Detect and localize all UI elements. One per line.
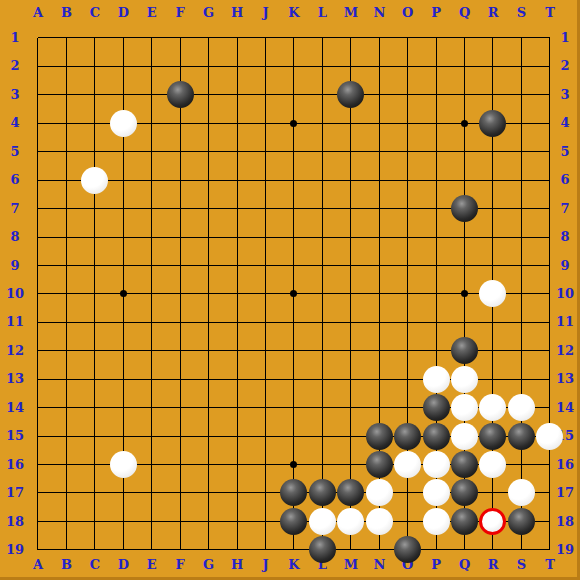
intersection-P1[interactable] [422, 24, 450, 52]
intersection-R12[interactable] [479, 337, 507, 365]
intersection-O6[interactable] [393, 166, 421, 194]
intersection-G10[interactable] [194, 280, 222, 308]
intersection-R1[interactable] [479, 24, 507, 52]
intersection-N14[interactable] [365, 393, 393, 421]
intersection-J11[interactable] [251, 308, 279, 336]
intersection-H4[interactable] [223, 109, 251, 137]
intersection-H19[interactable] [223, 536, 251, 564]
intersection-F10[interactable] [166, 280, 194, 308]
intersection-R11[interactable] [479, 308, 507, 336]
intersection-E19[interactable] [138, 536, 166, 564]
intersection-D18[interactable] [109, 507, 137, 535]
intersection-C12[interactable] [81, 337, 109, 365]
intersection-C8[interactable] [81, 223, 109, 251]
intersection-R4[interactable] [479, 109, 507, 137]
intersection-T1[interactable] [536, 24, 564, 52]
intersection-Q19[interactable] [450, 536, 478, 564]
intersection-F6[interactable] [166, 166, 194, 194]
intersection-J6[interactable] [251, 166, 279, 194]
intersection-Q3[interactable] [450, 81, 478, 109]
intersection-G18[interactable] [194, 507, 222, 535]
intersection-F17[interactable] [166, 479, 194, 507]
intersection-A9[interactable] [24, 251, 52, 279]
intersection-F13[interactable] [166, 365, 194, 393]
intersection-F14[interactable] [166, 393, 194, 421]
intersection-N4[interactable] [365, 109, 393, 137]
intersection-A17[interactable] [24, 479, 52, 507]
intersection-E17[interactable] [138, 479, 166, 507]
intersection-Q7[interactable] [450, 194, 478, 222]
intersection-O18[interactable] [393, 507, 421, 535]
intersection-K18[interactable] [280, 507, 308, 535]
intersection-E13[interactable] [138, 365, 166, 393]
intersection-A4[interactable] [24, 109, 52, 137]
intersection-G12[interactable] [194, 337, 222, 365]
intersection-M12[interactable] [337, 337, 365, 365]
intersection-K5[interactable] [280, 138, 308, 166]
intersection-M8[interactable] [337, 223, 365, 251]
intersection-O14[interactable] [393, 393, 421, 421]
intersection-K17[interactable] [280, 479, 308, 507]
intersection-Q18[interactable] [450, 507, 478, 535]
intersection-N11[interactable] [365, 308, 393, 336]
intersection-O13[interactable] [393, 365, 421, 393]
intersection-M2[interactable] [337, 52, 365, 80]
intersection-S6[interactable] [507, 166, 535, 194]
intersection-B11[interactable] [52, 308, 80, 336]
intersection-N6[interactable] [365, 166, 393, 194]
intersection-O11[interactable] [393, 308, 421, 336]
intersection-M13[interactable] [337, 365, 365, 393]
intersection-H14[interactable] [223, 393, 251, 421]
intersection-N2[interactable] [365, 52, 393, 80]
intersection-K9[interactable] [280, 251, 308, 279]
intersection-R13[interactable] [479, 365, 507, 393]
intersection-N1[interactable] [365, 24, 393, 52]
intersection-Q4[interactable] [450, 109, 478, 137]
intersection-S19[interactable] [507, 536, 535, 564]
intersection-H7[interactable] [223, 194, 251, 222]
intersection-H2[interactable] [223, 52, 251, 80]
intersection-Q13[interactable] [450, 365, 478, 393]
intersection-B9[interactable] [52, 251, 80, 279]
intersection-N18[interactable] [365, 507, 393, 535]
intersection-E12[interactable] [138, 337, 166, 365]
intersection-N19[interactable] [365, 536, 393, 564]
intersection-O8[interactable] [393, 223, 421, 251]
intersection-D7[interactable] [109, 194, 137, 222]
intersection-J18[interactable] [251, 507, 279, 535]
intersection-F7[interactable] [166, 194, 194, 222]
intersection-O3[interactable] [393, 81, 421, 109]
intersection-S2[interactable] [507, 52, 535, 80]
intersection-H10[interactable] [223, 280, 251, 308]
intersection-S8[interactable] [507, 223, 535, 251]
intersection-F9[interactable] [166, 251, 194, 279]
intersection-T18[interactable] [536, 507, 564, 535]
intersection-M10[interactable] [337, 280, 365, 308]
intersection-D11[interactable] [109, 308, 137, 336]
intersection-Q5[interactable] [450, 138, 478, 166]
intersection-M16[interactable] [337, 450, 365, 478]
intersection-J13[interactable] [251, 365, 279, 393]
intersection-S9[interactable] [507, 251, 535, 279]
intersection-J12[interactable] [251, 337, 279, 365]
intersection-M18[interactable] [337, 507, 365, 535]
intersection-N8[interactable] [365, 223, 393, 251]
intersection-M9[interactable] [337, 251, 365, 279]
intersection-P4[interactable] [422, 109, 450, 137]
intersection-D9[interactable] [109, 251, 137, 279]
intersection-T17[interactable] [536, 479, 564, 507]
intersection-C10[interactable] [81, 280, 109, 308]
intersection-Q11[interactable] [450, 308, 478, 336]
intersection-B18[interactable] [52, 507, 80, 535]
intersection-E16[interactable] [138, 450, 166, 478]
intersection-G14[interactable] [194, 393, 222, 421]
intersection-P11[interactable] [422, 308, 450, 336]
intersection-K6[interactable] [280, 166, 308, 194]
intersection-T14[interactable] [536, 393, 564, 421]
intersection-T11[interactable] [536, 308, 564, 336]
intersection-J4[interactable] [251, 109, 279, 137]
intersection-G11[interactable] [194, 308, 222, 336]
intersection-J16[interactable] [251, 450, 279, 478]
intersection-O12[interactable] [393, 337, 421, 365]
intersection-L15[interactable] [308, 422, 336, 450]
intersection-G6[interactable] [194, 166, 222, 194]
intersection-Q12[interactable] [450, 337, 478, 365]
intersection-O9[interactable] [393, 251, 421, 279]
intersection-D8[interactable] [109, 223, 137, 251]
intersection-F11[interactable] [166, 308, 194, 336]
intersection-L1[interactable] [308, 24, 336, 52]
intersection-H6[interactable] [223, 166, 251, 194]
intersection-A14[interactable] [24, 393, 52, 421]
intersection-P16[interactable] [422, 450, 450, 478]
intersection-S5[interactable] [507, 138, 535, 166]
intersection-E18[interactable] [138, 507, 166, 535]
intersection-S7[interactable] [507, 194, 535, 222]
intersection-E5[interactable] [138, 138, 166, 166]
intersection-N12[interactable] [365, 337, 393, 365]
intersection-R5[interactable] [479, 138, 507, 166]
intersection-H9[interactable] [223, 251, 251, 279]
intersection-K12[interactable] [280, 337, 308, 365]
intersection-P3[interactable] [422, 81, 450, 109]
intersection-K15[interactable] [280, 422, 308, 450]
intersection-C19[interactable] [81, 536, 109, 564]
intersection-D5[interactable] [109, 138, 137, 166]
intersection-C16[interactable] [81, 450, 109, 478]
intersection-L7[interactable] [308, 194, 336, 222]
intersection-D10[interactable] [109, 280, 137, 308]
intersection-G9[interactable] [194, 251, 222, 279]
intersection-L13[interactable] [308, 365, 336, 393]
intersection-E7[interactable] [138, 194, 166, 222]
intersection-G16[interactable] [194, 450, 222, 478]
intersection-A8[interactable] [24, 223, 52, 251]
intersection-Q14[interactable] [450, 393, 478, 421]
intersection-S1[interactable] [507, 24, 535, 52]
intersection-S11[interactable] [507, 308, 535, 336]
intersection-N3[interactable] [365, 81, 393, 109]
intersection-T13[interactable] [536, 365, 564, 393]
intersection-L3[interactable] [308, 81, 336, 109]
intersection-E11[interactable] [138, 308, 166, 336]
intersection-S13[interactable] [507, 365, 535, 393]
intersection-P9[interactable] [422, 251, 450, 279]
intersection-Q10[interactable] [450, 280, 478, 308]
intersection-C3[interactable] [81, 81, 109, 109]
intersection-Q2[interactable] [450, 52, 478, 80]
intersection-O5[interactable] [393, 138, 421, 166]
intersection-B19[interactable] [52, 536, 80, 564]
intersection-B1[interactable] [52, 24, 80, 52]
intersection-C6[interactable] [81, 166, 109, 194]
intersection-R19[interactable] [479, 536, 507, 564]
intersection-F8[interactable] [166, 223, 194, 251]
intersection-N9[interactable] [365, 251, 393, 279]
intersection-L4[interactable] [308, 109, 336, 137]
intersection-O19[interactable] [393, 536, 421, 564]
intersection-K14[interactable] [280, 393, 308, 421]
intersection-N15[interactable] [365, 422, 393, 450]
intersection-E14[interactable] [138, 393, 166, 421]
intersection-L12[interactable] [308, 337, 336, 365]
intersection-N10[interactable] [365, 280, 393, 308]
intersection-H16[interactable] [223, 450, 251, 478]
intersection-T6[interactable] [536, 166, 564, 194]
intersection-A18[interactable] [24, 507, 52, 535]
intersection-J1[interactable] [251, 24, 279, 52]
intersection-T5[interactable] [536, 138, 564, 166]
intersection-P8[interactable] [422, 223, 450, 251]
intersection-F1[interactable] [166, 24, 194, 52]
intersection-H1[interactable] [223, 24, 251, 52]
intersection-M7[interactable] [337, 194, 365, 222]
intersection-M4[interactable] [337, 109, 365, 137]
intersection-B3[interactable] [52, 81, 80, 109]
intersection-C17[interactable] [81, 479, 109, 507]
intersection-B13[interactable] [52, 365, 80, 393]
intersection-T16[interactable] [536, 450, 564, 478]
intersection-C13[interactable] [81, 365, 109, 393]
intersection-B8[interactable] [52, 223, 80, 251]
intersection-D4[interactable] [109, 109, 137, 137]
intersection-A3[interactable] [24, 81, 52, 109]
intersection-H17[interactable] [223, 479, 251, 507]
intersection-H15[interactable] [223, 422, 251, 450]
intersection-C18[interactable] [81, 507, 109, 535]
intersection-A11[interactable] [24, 308, 52, 336]
intersection-J8[interactable] [251, 223, 279, 251]
intersection-C2[interactable] [81, 52, 109, 80]
intersection-H3[interactable] [223, 81, 251, 109]
intersection-F3[interactable] [166, 81, 194, 109]
intersection-L6[interactable] [308, 166, 336, 194]
intersection-H18[interactable] [223, 507, 251, 535]
intersection-P5[interactable] [422, 138, 450, 166]
intersection-B12[interactable] [52, 337, 80, 365]
intersection-F16[interactable] [166, 450, 194, 478]
intersection-A1[interactable] [24, 24, 52, 52]
intersection-H12[interactable] [223, 337, 251, 365]
intersection-L19[interactable] [308, 536, 336, 564]
intersection-B4[interactable] [52, 109, 80, 137]
intersection-D3[interactable] [109, 81, 137, 109]
intersection-R9[interactable] [479, 251, 507, 279]
intersection-Q9[interactable] [450, 251, 478, 279]
intersection-Q15[interactable] [450, 422, 478, 450]
intersection-R10[interactable] [479, 280, 507, 308]
intersection-F19[interactable] [166, 536, 194, 564]
intersection-C14[interactable] [81, 393, 109, 421]
intersection-F12[interactable] [166, 337, 194, 365]
intersection-O16[interactable] [393, 450, 421, 478]
intersection-C15[interactable] [81, 422, 109, 450]
intersection-B16[interactable] [52, 450, 80, 478]
intersection-J19[interactable] [251, 536, 279, 564]
intersection-N5[interactable] [365, 138, 393, 166]
intersection-C11[interactable] [81, 308, 109, 336]
intersection-D12[interactable] [109, 337, 137, 365]
intersection-S16[interactable] [507, 450, 535, 478]
intersection-K19[interactable] [280, 536, 308, 564]
intersection-F18[interactable] [166, 507, 194, 535]
intersection-A12[interactable] [24, 337, 52, 365]
intersection-G2[interactable] [194, 52, 222, 80]
intersection-E10[interactable] [138, 280, 166, 308]
intersection-K13[interactable] [280, 365, 308, 393]
intersection-G15[interactable] [194, 422, 222, 450]
intersection-P2[interactable] [422, 52, 450, 80]
intersection-S4[interactable] [507, 109, 535, 137]
intersection-N13[interactable] [365, 365, 393, 393]
intersection-K11[interactable] [280, 308, 308, 336]
intersection-K1[interactable] [280, 24, 308, 52]
intersection-C7[interactable] [81, 194, 109, 222]
intersection-P12[interactable] [422, 337, 450, 365]
intersection-L8[interactable] [308, 223, 336, 251]
intersection-G13[interactable] [194, 365, 222, 393]
intersection-O1[interactable] [393, 24, 421, 52]
intersection-Q6[interactable] [450, 166, 478, 194]
intersection-K7[interactable] [280, 194, 308, 222]
intersection-S10[interactable] [507, 280, 535, 308]
intersection-R8[interactable] [479, 223, 507, 251]
intersection-P13[interactable] [422, 365, 450, 393]
intersection-L17[interactable] [308, 479, 336, 507]
intersection-F2[interactable] [166, 52, 194, 80]
intersection-C5[interactable] [81, 138, 109, 166]
intersection-P15[interactable] [422, 422, 450, 450]
intersection-J9[interactable] [251, 251, 279, 279]
intersection-K3[interactable] [280, 81, 308, 109]
intersection-A19[interactable] [24, 536, 52, 564]
intersection-P10[interactable] [422, 280, 450, 308]
intersection-J7[interactable] [251, 194, 279, 222]
intersection-L16[interactable] [308, 450, 336, 478]
intersection-G3[interactable] [194, 81, 222, 109]
intersection-T3[interactable] [536, 81, 564, 109]
intersection-J3[interactable] [251, 81, 279, 109]
intersection-A6[interactable] [24, 166, 52, 194]
intersection-Q17[interactable] [450, 479, 478, 507]
intersection-R3[interactable] [479, 81, 507, 109]
intersection-G7[interactable] [194, 194, 222, 222]
intersection-T15[interactable] [536, 422, 564, 450]
intersection-B10[interactable] [52, 280, 80, 308]
intersection-M6[interactable] [337, 166, 365, 194]
intersection-S3[interactable] [507, 81, 535, 109]
intersection-E2[interactable] [138, 52, 166, 80]
intersection-F5[interactable] [166, 138, 194, 166]
intersection-P7[interactable] [422, 194, 450, 222]
intersection-J15[interactable] [251, 422, 279, 450]
intersection-R14[interactable] [479, 393, 507, 421]
intersection-E15[interactable] [138, 422, 166, 450]
intersection-K8[interactable] [280, 223, 308, 251]
intersection-J5[interactable] [251, 138, 279, 166]
intersection-L11[interactable] [308, 308, 336, 336]
intersection-M15[interactable] [337, 422, 365, 450]
intersection-L10[interactable] [308, 280, 336, 308]
intersection-E1[interactable] [138, 24, 166, 52]
intersection-M3[interactable] [337, 81, 365, 109]
intersection-O17[interactable] [393, 479, 421, 507]
intersection-Q16[interactable] [450, 450, 478, 478]
intersection-A10[interactable] [24, 280, 52, 308]
intersection-O15[interactable] [393, 422, 421, 450]
intersection-D6[interactable] [109, 166, 137, 194]
intersection-K2[interactable] [280, 52, 308, 80]
intersection-R6[interactable] [479, 166, 507, 194]
intersection-G4[interactable] [194, 109, 222, 137]
intersection-M11[interactable] [337, 308, 365, 336]
intersection-T7[interactable] [536, 194, 564, 222]
intersection-G1[interactable] [194, 24, 222, 52]
intersection-B15[interactable] [52, 422, 80, 450]
intersection-M19[interactable] [337, 536, 365, 564]
intersection-S15[interactable] [507, 422, 535, 450]
intersection-A2[interactable] [24, 52, 52, 80]
intersection-O7[interactable] [393, 194, 421, 222]
intersection-L14[interactable] [308, 393, 336, 421]
intersection-R2[interactable] [479, 52, 507, 80]
intersection-J14[interactable] [251, 393, 279, 421]
intersection-J17[interactable] [251, 479, 279, 507]
intersection-C9[interactable] [81, 251, 109, 279]
intersection-L9[interactable] [308, 251, 336, 279]
intersection-C1[interactable] [81, 24, 109, 52]
intersection-R17[interactable] [479, 479, 507, 507]
intersection-G19[interactable] [194, 536, 222, 564]
intersection-A13[interactable] [24, 365, 52, 393]
intersection-A15[interactable] [24, 422, 52, 450]
intersection-R18[interactable] [479, 507, 507, 535]
intersection-K4[interactable] [280, 109, 308, 137]
intersection-M5[interactable] [337, 138, 365, 166]
intersection-K16[interactable] [280, 450, 308, 478]
intersection-D14[interactable] [109, 393, 137, 421]
intersection-S17[interactable] [507, 479, 535, 507]
intersection-P19[interactable] [422, 536, 450, 564]
intersection-M1[interactable] [337, 24, 365, 52]
intersection-M14[interactable] [337, 393, 365, 421]
intersection-Q1[interactable] [450, 24, 478, 52]
intersection-E6[interactable] [138, 166, 166, 194]
